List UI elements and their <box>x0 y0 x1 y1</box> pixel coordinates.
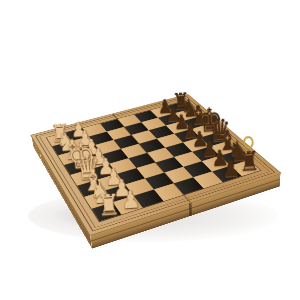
square-a1[interactable]: ♜ <box>92 202 122 221</box>
brass-latch-icon <box>39 151 41 160</box>
box-front-hinge-gap <box>189 202 192 216</box>
product-photo-scene: ♜♟♟♜♞♟♟♞♝♟♟♝♚♟♟♚♛♟♟♛♝♟♟♝♞♟♟♞♜♟♟♜ <box>0 0 300 300</box>
piece-white-rook-a1[interactable]: ♜ <box>96 190 121 220</box>
piece-white-pawn-a2[interactable]: ♟ <box>118 188 143 213</box>
piece-black-pawn-a7[interactable]: ♟ <box>219 157 242 181</box>
